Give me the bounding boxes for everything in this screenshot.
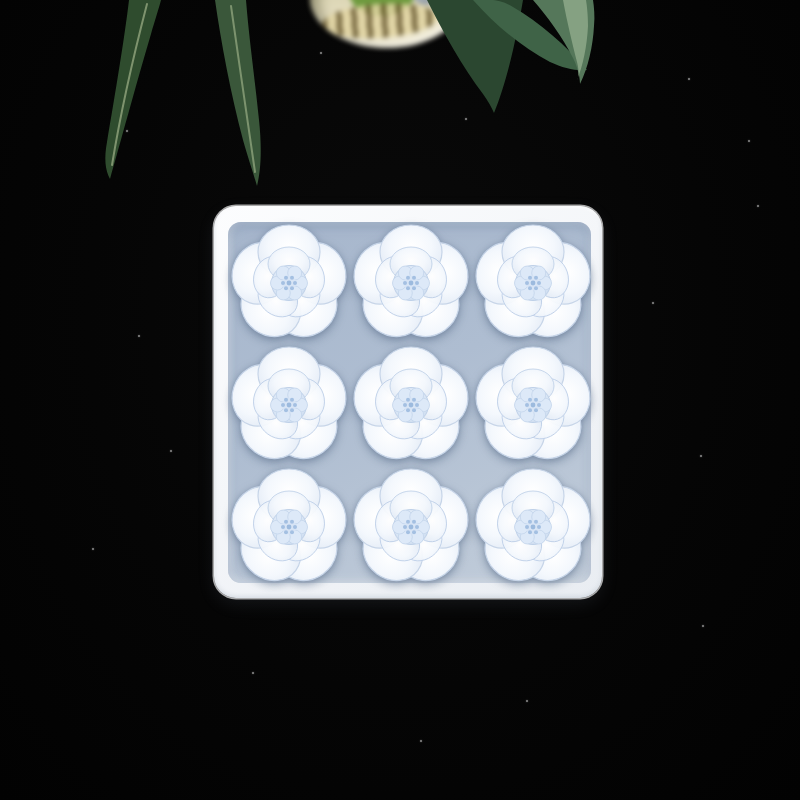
- mold-cell: [228, 222, 350, 344]
- dust-speck: [92, 548, 94, 550]
- mold-cell: [472, 222, 594, 344]
- silicone-mold-tray: [214, 206, 602, 598]
- flower-cavity: [472, 466, 594, 588]
- flower-cavity: [472, 222, 594, 344]
- mold-cell: [228, 344, 350, 466]
- dust-speck: [420, 740, 422, 742]
- dust-speck: [252, 672, 254, 674]
- mold-cell: [350, 344, 472, 466]
- cavity-grid: [228, 222, 591, 583]
- dust-speck: [757, 205, 759, 207]
- mold-floor: [228, 222, 591, 583]
- dust-speck: [320, 52, 322, 54]
- dust-speck: [688, 78, 690, 80]
- photo-stage: [0, 0, 800, 800]
- mold-cell: [472, 344, 594, 466]
- flower-cavity: [228, 466, 350, 588]
- flower-cavity: [350, 466, 472, 588]
- flower-cavity: [472, 344, 594, 466]
- mold-cell: [472, 466, 594, 588]
- flower-cavity: [228, 222, 350, 344]
- dust-speck: [138, 335, 140, 337]
- flower-cavity: [350, 344, 472, 466]
- mold-cell: [228, 466, 350, 588]
- dust-speck: [526, 700, 528, 702]
- dust-speck: [702, 625, 704, 627]
- flower-cavity: [350, 222, 472, 344]
- dust-speck: [700, 455, 702, 457]
- right-leaves: [415, 0, 610, 128]
- left-leaves: [95, 0, 275, 200]
- dust-speck: [652, 302, 654, 304]
- dust-speck: [748, 140, 750, 142]
- dust-speck: [170, 450, 172, 452]
- mold-cell: [350, 222, 472, 344]
- mold-cell: [350, 466, 472, 588]
- flower-cavity: [228, 344, 350, 466]
